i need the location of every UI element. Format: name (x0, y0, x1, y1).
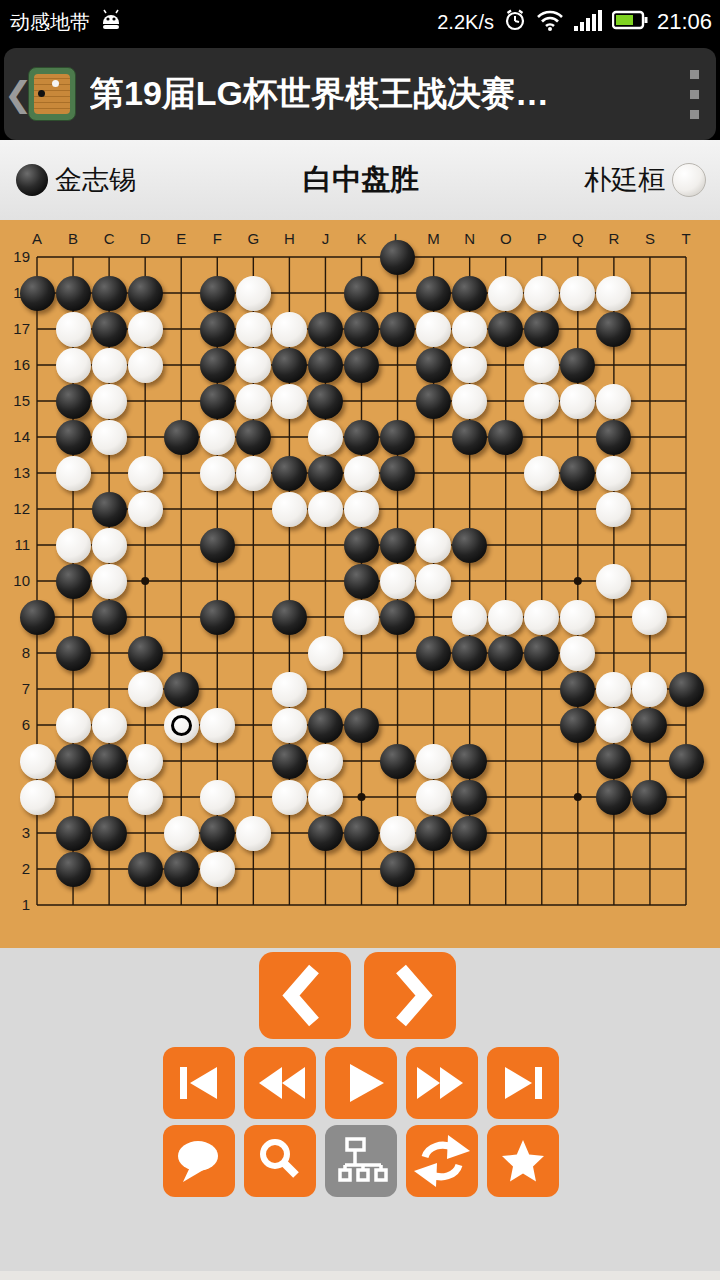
app-icon (28, 67, 76, 121)
back-button[interactable]: ❮ (4, 48, 26, 140)
stone-J13-black (308, 456, 343, 491)
stone-F11-black (200, 528, 235, 563)
col-label-O: O (494, 230, 518, 247)
stone-F13-white (200, 456, 235, 491)
stone-F2-white (200, 852, 235, 887)
stone-J12-white (308, 492, 343, 527)
play-icon (325, 1047, 397, 1119)
stone-Q6-black (560, 708, 595, 743)
stone-F4-white (200, 780, 235, 815)
stone-N4-black (452, 780, 487, 815)
col-label-E: E (169, 230, 193, 247)
stone-O9-white (488, 600, 523, 635)
black-player-stone-icon (16, 164, 48, 196)
stone-D13-white (128, 456, 163, 491)
stone-N18-black (452, 276, 487, 311)
star-point-D10 (141, 577, 149, 585)
stone-K17-black (344, 312, 379, 347)
stone-F16-black (200, 348, 235, 383)
stone-O8-black (488, 636, 523, 671)
stone-K9-white (344, 600, 379, 635)
stone-J5-white (308, 744, 343, 779)
stone-G16-white (236, 348, 271, 383)
game-tree-button[interactable] (325, 1125, 397, 1197)
black-player-name: 金志锡 (55, 162, 136, 198)
row-label-7: 7 (2, 680, 30, 697)
stone-H7-white (272, 672, 307, 707)
stone-L9-black (380, 600, 415, 635)
stone-N16-white (452, 348, 487, 383)
network-speed-label: 2.2K/s (437, 11, 494, 34)
title-bar: ❮ 第19届LG杯世界棋王战决赛… (4, 48, 716, 140)
prev-move-button[interactable] (259, 952, 351, 1039)
stone-F9-black (200, 600, 235, 635)
wifi-icon (536, 9, 564, 36)
col-label-Q: Q (566, 230, 590, 247)
stone-B16-white (56, 348, 91, 383)
stone-F17-black (200, 312, 235, 347)
stone-O17-black (488, 312, 523, 347)
stone-J8-white (308, 636, 343, 671)
stone-B8-black (56, 636, 91, 671)
stone-L13-black (380, 456, 415, 491)
search-icon (244, 1125, 316, 1197)
stone-K13-white (344, 456, 379, 491)
stone-L2-black (380, 852, 415, 887)
stone-Q18-white (560, 276, 595, 311)
stone-P15-white (524, 384, 559, 419)
stone-G17-white (236, 312, 271, 347)
status-bar: 动感地带 2.2K/s (0, 0, 720, 44)
stone-C11-white (92, 528, 127, 563)
stone-C6-white (92, 708, 127, 743)
stone-E6-white (164, 708, 199, 743)
stone-F3-black (200, 816, 235, 851)
stone-B18-black (56, 276, 91, 311)
white-player-stone-icon (672, 163, 706, 197)
stone-L17-black (380, 312, 415, 347)
stone-H9-black (272, 600, 307, 635)
stone-K12-white (344, 492, 379, 527)
stone-C17-black (92, 312, 127, 347)
stone-P13-white (524, 456, 559, 491)
row-label-10: 10 (2, 572, 30, 589)
row-label-16: 16 (2, 356, 30, 373)
stone-H5-black (272, 744, 307, 779)
stone-H6-white (272, 708, 307, 743)
stone-P16-white (524, 348, 559, 383)
android-robot-icon (98, 9, 124, 36)
stone-B15-black (56, 384, 91, 419)
stone-N3-black (452, 816, 487, 851)
row-label-17: 17 (2, 320, 30, 337)
stone-G14-black (236, 420, 271, 455)
game-result: 白中盘胜 (303, 160, 419, 200)
stone-C12-black (92, 492, 127, 527)
col-label-A: A (25, 230, 49, 247)
row-label-19: 19 (2, 248, 30, 265)
col-label-P: P (530, 230, 554, 247)
stone-E2-black (164, 852, 199, 887)
fast-forward-button[interactable] (406, 1047, 478, 1119)
row-label-2: 2 (2, 860, 30, 877)
stone-D18-black (128, 276, 163, 311)
stone-K14-black (344, 420, 379, 455)
row-label-11: 11 (2, 536, 30, 553)
stone-D7-white (128, 672, 163, 707)
stone-F18-black (200, 276, 235, 311)
stone-L5-black (380, 744, 415, 779)
skip-to-end-button[interactable] (487, 1047, 559, 1119)
stone-E3-white (164, 816, 199, 851)
stone-Q8-white (560, 636, 595, 671)
stone-L14-black (380, 420, 415, 455)
stone-J6-black (308, 708, 343, 743)
stone-G13-white (236, 456, 271, 491)
stone-R18-white (596, 276, 631, 311)
stone-R14-black (596, 420, 631, 455)
stone-N8-black (452, 636, 487, 671)
stone-B10-black (56, 564, 91, 599)
stone-M18-black (416, 276, 451, 311)
star-point-Q10 (574, 577, 582, 585)
stone-R13-white (596, 456, 631, 491)
alarm-clock-icon (503, 8, 527, 37)
stone-J3-black (308, 816, 343, 851)
stone-N14-black (452, 420, 487, 455)
stone-J15-black (308, 384, 343, 419)
stone-S7-white (632, 672, 667, 707)
stone-J4-white (308, 780, 343, 815)
star-icon (487, 1125, 559, 1197)
stone-C18-black (92, 276, 127, 311)
stone-H12-white (272, 492, 307, 527)
row-label-13: 13 (2, 464, 30, 481)
stone-M3-black (416, 816, 451, 851)
col-label-D: D (133, 230, 157, 247)
row-label-15: 15 (2, 392, 30, 409)
stone-A9-black (20, 600, 55, 635)
stone-R10-white (596, 564, 631, 599)
stone-S9-white (632, 600, 667, 635)
go-board-thumbnail (34, 74, 70, 114)
clock-label: 21:06 (657, 9, 712, 35)
stone-H15-white (272, 384, 307, 419)
col-label-S: S (638, 230, 662, 247)
white-player-name: 朴廷桓 (584, 162, 665, 198)
stone-M10-white (416, 564, 451, 599)
stone-B5-black (56, 744, 91, 779)
stone-Q7-black (560, 672, 595, 707)
stone-C9-black (92, 600, 127, 635)
stone-A5-white (20, 744, 55, 779)
stone-C14-white (92, 420, 127, 455)
stone-P8-black (524, 636, 559, 671)
star-point-K4 (358, 793, 366, 801)
refresh-button[interactable] (406, 1125, 478, 1197)
stone-F6-white (200, 708, 235, 743)
stone-Q13-black (560, 456, 595, 491)
stone-K18-black (344, 276, 379, 311)
skip-end-icon (487, 1047, 559, 1119)
col-label-J: J (313, 230, 337, 247)
search-button[interactable] (244, 1125, 316, 1197)
stone-L11-black (380, 528, 415, 563)
stone-F15-black (200, 384, 235, 419)
col-label-B: B (61, 230, 85, 247)
stone-B17-white (56, 312, 91, 347)
stone-N15-white (452, 384, 487, 419)
stone-D12-white (128, 492, 163, 527)
stone-L3-white (380, 816, 415, 851)
stone-N5-black (452, 744, 487, 779)
stone-C16-white (92, 348, 127, 383)
stone-J16-black (308, 348, 343, 383)
go-board[interactable]: ABCDEFGHJKLMNOPQRST191817161514131211109… (0, 220, 720, 948)
next-move-button[interactable] (364, 952, 456, 1039)
stone-D16-white (128, 348, 163, 383)
stone-Q9-white (560, 600, 595, 635)
overflow-menu-button[interactable] (672, 48, 716, 140)
stone-B2-black (56, 852, 91, 887)
stone-J17-black (308, 312, 343, 347)
stone-G3-white (236, 816, 271, 851)
stone-B6-white (56, 708, 91, 743)
stone-H17-white (272, 312, 307, 347)
col-label-R: R (602, 230, 626, 247)
stone-M5-white (416, 744, 451, 779)
stone-C3-black (92, 816, 127, 851)
signal-strength-icon (573, 9, 603, 36)
stone-N17-white (452, 312, 487, 347)
col-label-F: F (205, 230, 229, 247)
stone-R15-white (596, 384, 631, 419)
player-bar: 金志锡 白中盘胜 朴廷桓 (0, 140, 720, 221)
col-label-C: C (97, 230, 121, 247)
stone-H4-white (272, 780, 307, 815)
stone-K11-black (344, 528, 379, 563)
stone-C15-white (92, 384, 127, 419)
col-label-G: G (241, 230, 265, 247)
col-label-N: N (458, 230, 482, 247)
stone-B11-white (56, 528, 91, 563)
screen: 动感地带 2.2K/s (0, 0, 720, 1280)
row-label-14: 14 (2, 428, 30, 445)
chevron-right-icon (364, 952, 456, 1039)
stone-B14-black (56, 420, 91, 455)
carrier-label: 动感地带 (10, 9, 90, 36)
stone-M11-white (416, 528, 451, 563)
stone-M4-white (416, 780, 451, 815)
stone-R12-white (596, 492, 631, 527)
rewind-button[interactable] (244, 1047, 316, 1119)
stone-S4-black (632, 780, 667, 815)
stone-H16-black (272, 348, 307, 383)
stone-C5-black (92, 744, 127, 779)
stone-B3-black (56, 816, 91, 851)
stone-K16-black (344, 348, 379, 383)
row-label-6: 6 (2, 716, 30, 733)
row-label-1: 1 (2, 896, 30, 913)
row-label-12: 12 (2, 500, 30, 517)
stone-G18-white (236, 276, 271, 311)
stone-E7-black (164, 672, 199, 707)
stone-O14-black (488, 420, 523, 455)
stone-A18-black (20, 276, 55, 311)
stone-R4-black (596, 780, 631, 815)
stone-Q15-white (560, 384, 595, 419)
stone-P9-white (524, 600, 559, 635)
stone-C10-white (92, 564, 127, 599)
stone-D2-black (128, 852, 163, 887)
stone-N11-black (452, 528, 487, 563)
row-label-3: 3 (2, 824, 30, 841)
stone-L19-black (380, 240, 415, 275)
stone-J14-white (308, 420, 343, 455)
stone-N9-white (452, 600, 487, 635)
stone-M15-black (416, 384, 451, 419)
stone-D4-white (128, 780, 163, 815)
comment-icon (163, 1125, 235, 1197)
stone-M17-white (416, 312, 451, 347)
stone-Q16-black (560, 348, 595, 383)
bottom-strip (0, 1271, 720, 1280)
fast-forward-icon (406, 1047, 478, 1119)
battery-icon (612, 10, 648, 35)
stone-D17-white (128, 312, 163, 347)
chevron-left-icon (259, 952, 351, 1039)
stone-F14-white (200, 420, 235, 455)
stone-T7-black (669, 672, 704, 707)
stone-G15-white (236, 384, 271, 419)
stone-L10-white (380, 564, 415, 599)
stone-A4-white (20, 780, 55, 815)
stone-P17-black (524, 312, 559, 347)
col-label-H: H (277, 230, 301, 247)
stone-K6-black (344, 708, 379, 743)
skip-start-icon (163, 1047, 235, 1119)
stone-D8-black (128, 636, 163, 671)
stone-R7-white (596, 672, 631, 707)
stone-D5-white (128, 744, 163, 779)
col-label-T: T (674, 230, 698, 247)
stone-R17-black (596, 312, 631, 347)
star-point-Q4 (574, 793, 582, 801)
stone-M8-black (416, 636, 451, 671)
col-label-K: K (350, 230, 374, 247)
comment-button[interactable] (163, 1125, 235, 1197)
page-title: 第19届LG杯世界棋王战决赛… (90, 71, 672, 117)
stone-O18-white (488, 276, 523, 311)
stone-P18-white (524, 276, 559, 311)
stone-S6-black (632, 708, 667, 743)
stone-K10-black (344, 564, 379, 599)
col-label-M: M (422, 230, 446, 247)
stone-T5-black (669, 744, 704, 779)
stone-E14-black (164, 420, 199, 455)
stone-K3-black (344, 816, 379, 851)
play-button[interactable] (325, 1047, 397, 1119)
stone-B13-white (56, 456, 91, 491)
stone-M16-black (416, 348, 451, 383)
tree-icon (325, 1125, 397, 1197)
stone-R5-black (596, 744, 631, 779)
skip-to-start-button[interactable] (163, 1047, 235, 1119)
rewind-icon (244, 1047, 316, 1119)
refresh-icon (406, 1125, 478, 1197)
last-move-marker (171, 715, 192, 736)
stone-R6-white (596, 708, 631, 743)
stone-H13-black (272, 456, 307, 491)
favorite-button[interactable] (487, 1125, 559, 1197)
row-label-8: 8 (2, 644, 30, 661)
